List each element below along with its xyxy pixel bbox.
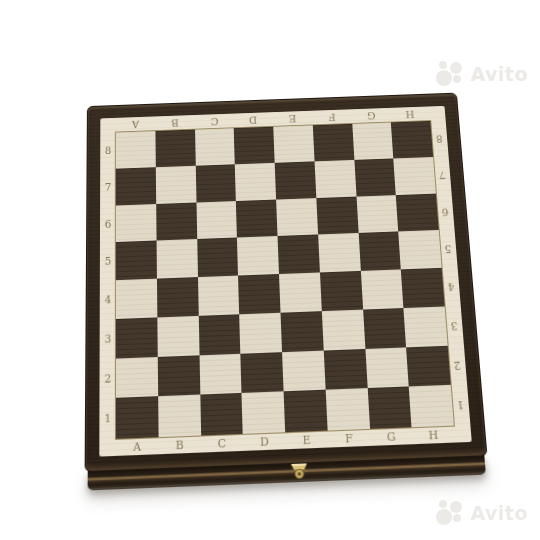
square-f8	[313, 124, 354, 161]
avito-logo-icon	[436, 60, 466, 88]
square-e6	[276, 198, 318, 237]
square-b3	[157, 316, 199, 357]
file-label-top-g: G	[351, 108, 391, 124]
avito-watermark-bottom: Avito	[436, 499, 528, 527]
file-label-bottom-d: D	[243, 432, 286, 451]
square-e7	[275, 161, 316, 199]
square-d4	[238, 274, 280, 314]
square-c3	[198, 314, 240, 355]
square-e2	[282, 350, 325, 391]
rank-label-left-8: 8	[100, 132, 116, 169]
square-d5	[237, 236, 279, 275]
board-face: ABCDEFGH ABCDEFGH 87654321 87654321	[85, 93, 488, 472]
square-f4	[320, 271, 363, 311]
square-d8	[234, 127, 275, 164]
rank-label-right-7: 7	[433, 156, 451, 193]
file-label-bottom-g: G	[370, 427, 413, 446]
square-d1	[242, 392, 285, 434]
rank-label-left-2: 2	[99, 358, 115, 399]
square-g6	[356, 195, 398, 234]
square-c8	[195, 128, 235, 165]
avito-logo-icon	[436, 499, 466, 527]
square-f2	[323, 348, 367, 389]
square-e1	[284, 390, 328, 432]
square-a1	[116, 396, 158, 438]
square-d2	[241, 352, 284, 394]
square-a4	[116, 279, 157, 319]
square-b7	[156, 166, 196, 204]
square-c2	[199, 353, 242, 395]
square-f5	[318, 233, 361, 272]
square-a8	[116, 131, 156, 168]
rank-label-left-5: 5	[100, 242, 116, 281]
avito-watermark-text: Avito	[470, 502, 528, 524]
square-h4	[401, 268, 445, 308]
board-border-band: ABCDEFGH ABCDEFGH 87654321 87654321	[99, 106, 471, 457]
square-a2	[116, 356, 158, 398]
square-h5	[398, 230, 441, 269]
square-d6	[236, 199, 277, 238]
square-e3	[281, 311, 324, 352]
square-f3	[322, 309, 365, 350]
square-a7	[116, 167, 156, 205]
file-label-top-f: F	[312, 109, 352, 125]
square-d7	[235, 163, 276, 201]
rank-label-right-4: 4	[442, 267, 461, 306]
file-label-top-b: B	[155, 115, 195, 131]
square-h7	[393, 157, 435, 195]
rank-label-left-3: 3	[100, 319, 116, 359]
square-b4	[157, 277, 199, 317]
file-label-bottom-c: C	[201, 434, 244, 453]
square-g1	[367, 387, 412, 429]
file-label-bottom-a: A	[116, 437, 159, 456]
rank-labels-left: 87654321	[99, 132, 116, 439]
avito-watermark-text: Avito	[470, 63, 528, 85]
rank-label-left-1: 1	[99, 398, 116, 439]
file-label-top-h: H	[390, 106, 430, 122]
square-e4	[279, 272, 322, 312]
rank-label-left-7: 7	[100, 168, 116, 205]
file-label-bottom-e: E	[285, 431, 328, 450]
square-g5	[358, 232, 401, 271]
product-photo: Avito ABCDEFGH ABCDEFGH 87654321 8765432…	[0, 0, 540, 540]
file-label-bottom-h: H	[412, 426, 455, 445]
square-b6	[156, 202, 197, 241]
rank-label-left-4: 4	[100, 280, 116, 319]
square-f7	[314, 160, 356, 198]
square-h2	[406, 345, 450, 386]
chess-box: ABCDEFGH ABCDEFGH 87654321 87654321	[85, 93, 488, 472]
square-b1	[158, 395, 201, 437]
rank-label-right-1: 1	[451, 384, 471, 425]
rank-label-left-6: 6	[100, 205, 116, 243]
chessboard-grid	[116, 121, 454, 439]
avito-watermark-top: Avito	[436, 60, 528, 88]
file-label-bottom-f: F	[327, 429, 370, 448]
square-g3	[363, 308, 407, 349]
file-label-top-d: D	[233, 112, 273, 128]
square-g7	[354, 158, 396, 196]
rank-label-right-2: 2	[448, 345, 467, 385]
square-c6	[196, 201, 237, 240]
square-f6	[316, 196, 358, 235]
square-g2	[365, 347, 409, 388]
square-h3	[404, 306, 448, 347]
square-h8	[391, 121, 433, 158]
square-c5	[197, 238, 239, 277]
file-label-bottom-b: B	[158, 436, 201, 455]
square-g8	[352, 122, 394, 159]
file-label-top-e: E	[273, 111, 313, 127]
square-d3	[239, 312, 282, 353]
rank-label-right-3: 3	[445, 306, 464, 346]
square-c7	[195, 164, 236, 202]
square-b2	[158, 355, 200, 397]
square-c4	[198, 276, 240, 316]
square-c1	[200, 393, 243, 435]
square-b8	[155, 130, 195, 167]
rank-label-right-8: 8	[430, 120, 448, 156]
file-label-top-c: C	[194, 114, 234, 130]
square-a3	[116, 317, 158, 358]
square-e8	[273, 125, 314, 162]
square-g4	[360, 269, 403, 309]
rank-label-right-5: 5	[439, 230, 458, 268]
square-f1	[325, 388, 369, 430]
square-b5	[156, 239, 197, 278]
rank-label-right-6: 6	[436, 193, 455, 231]
square-h6	[396, 193, 439, 232]
square-a6	[116, 204, 156, 243]
file-label-top-a: A	[116, 116, 155, 132]
square-a5	[116, 241, 157, 280]
square-h1	[409, 385, 454, 427]
square-e5	[278, 235, 320, 274]
